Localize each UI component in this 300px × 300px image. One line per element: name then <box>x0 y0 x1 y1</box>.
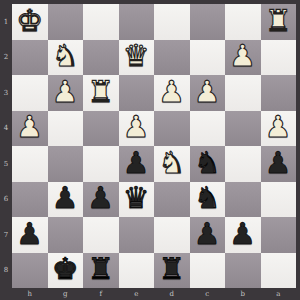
square-b3[interactable] <box>225 75 261 111</box>
square-c8[interactable] <box>190 253 226 289</box>
square-d7[interactable] <box>154 217 190 253</box>
black-pawn-f6[interactable]: ♟ <box>87 183 114 213</box>
square-c2[interactable] <box>190 40 226 76</box>
square-e4[interactable]: ♟ <box>119 111 155 147</box>
black-queen-e6[interactable]: ♛ <box>123 183 150 213</box>
square-d5[interactable]: ♞ <box>154 146 190 182</box>
square-b4[interactable] <box>225 111 261 147</box>
square-b2[interactable]: ♟ <box>225 40 261 76</box>
black-pawn-h7[interactable]: ♟ <box>16 219 43 249</box>
square-e2[interactable]: ♛ <box>119 40 155 76</box>
square-a7[interactable] <box>261 217 297 253</box>
square-b5[interactable] <box>225 146 261 182</box>
square-d4[interactable] <box>154 111 190 147</box>
square-f7[interactable] <box>83 217 119 253</box>
square-f4[interactable] <box>83 111 119 147</box>
square-a3[interactable] <box>261 75 297 111</box>
square-h1[interactable]: ♚ <box>12 4 48 40</box>
black-pawn-c7[interactable]: ♟ <box>194 219 221 249</box>
white-knight-d5[interactable]: ♞ <box>158 148 185 178</box>
square-h7[interactable]: ♟ <box>12 217 48 253</box>
square-a8[interactable] <box>261 253 297 289</box>
rank-label-2: 2 <box>0 40 12 76</box>
white-pawn-h4[interactable]: ♟ <box>16 112 43 142</box>
chess-board[interactable]: ♚♜♞♛♟♟♜♟♟♟♟♟♟♞♞♟♟♟♛♞♟♟♟♚♜♜ <box>12 4 296 288</box>
square-h6[interactable] <box>12 182 48 218</box>
square-g3[interactable]: ♟ <box>48 75 84 111</box>
black-king-g8[interactable]: ♚ <box>52 254 79 284</box>
square-c7[interactable]: ♟ <box>190 217 226 253</box>
square-e5[interactable]: ♟ <box>119 146 155 182</box>
square-g6[interactable]: ♟ <box>48 182 84 218</box>
square-g1[interactable] <box>48 4 84 40</box>
black-pawn-b7[interactable]: ♟ <box>229 219 256 249</box>
square-h4[interactable]: ♟ <box>12 111 48 147</box>
white-pawn-g3[interactable]: ♟ <box>52 77 79 107</box>
square-c3[interactable]: ♟ <box>190 75 226 111</box>
black-knight-c6[interactable]: ♞ <box>194 183 221 213</box>
file-label-a: a <box>261 288 297 300</box>
square-a2[interactable] <box>261 40 297 76</box>
square-d6[interactable] <box>154 182 190 218</box>
square-c5[interactable]: ♞ <box>190 146 226 182</box>
square-b7[interactable]: ♟ <box>225 217 261 253</box>
white-pawn-a4[interactable]: ♟ <box>265 112 292 142</box>
square-f6[interactable]: ♟ <box>83 182 119 218</box>
square-h5[interactable] <box>12 146 48 182</box>
file-label-b: b <box>225 288 261 300</box>
file-label-g: g <box>48 288 84 300</box>
square-d3[interactable]: ♟ <box>154 75 190 111</box>
square-g4[interactable] <box>48 111 84 147</box>
file-label-d: d <box>154 288 190 300</box>
white-pawn-c3[interactable]: ♟ <box>194 77 221 107</box>
square-c1[interactable] <box>190 4 226 40</box>
square-e3[interactable] <box>119 75 155 111</box>
chessboard-widget: ♚♜♞♛♟♟♜♟♟♟♟♟♟♞♞♟♟♟♛♞♟♟♟♚♜♜ 12345678 hgfe… <box>0 0 300 300</box>
square-h8[interactable] <box>12 253 48 289</box>
square-e1[interactable] <box>119 4 155 40</box>
black-rook-d8[interactable]: ♜ <box>158 254 185 284</box>
black-knight-c5[interactable]: ♞ <box>194 148 221 178</box>
white-knight-g2[interactable]: ♞ <box>52 41 79 71</box>
file-label-e: e <box>119 288 155 300</box>
rank-label-5: 5 <box>0 146 12 182</box>
square-f5[interactable] <box>83 146 119 182</box>
square-a5[interactable]: ♟ <box>261 146 297 182</box>
square-f1[interactable] <box>83 4 119 40</box>
square-f2[interactable] <box>83 40 119 76</box>
square-f8[interactable]: ♜ <box>83 253 119 289</box>
black-pawn-g6[interactable]: ♟ <box>52 183 79 213</box>
square-e6[interactable]: ♛ <box>119 182 155 218</box>
square-d2[interactable] <box>154 40 190 76</box>
square-e8[interactable] <box>119 253 155 289</box>
square-c4[interactable] <box>190 111 226 147</box>
rank-label-6: 6 <box>0 182 12 218</box>
rank-label-3: 3 <box>0 75 12 111</box>
rank-label-4: 4 <box>0 111 12 147</box>
rank-label-1: 1 <box>0 4 12 40</box>
square-g5[interactable] <box>48 146 84 182</box>
square-b8[interactable] <box>225 253 261 289</box>
square-h2[interactable] <box>12 40 48 76</box>
file-label-f: f <box>83 288 119 300</box>
square-g8[interactable]: ♚ <box>48 253 84 289</box>
square-f3[interactable]: ♜ <box>83 75 119 111</box>
white-pawn-d3[interactable]: ♟ <box>158 77 185 107</box>
square-d8[interactable]: ♜ <box>154 253 190 289</box>
black-pawn-a5[interactable]: ♟ <box>265 148 292 178</box>
white-king-h1[interactable]: ♚ <box>16 6 43 36</box>
white-queen-e2[interactable]: ♛ <box>123 41 150 71</box>
rank-label-8: 8 <box>0 253 12 289</box>
white-rook-a1[interactable]: ♜ <box>265 6 292 36</box>
square-b1[interactable] <box>225 4 261 40</box>
black-rook-f8[interactable]: ♜ <box>87 254 114 284</box>
white-pawn-e4[interactable]: ♟ <box>123 112 150 142</box>
file-label-h: h <box>12 288 48 300</box>
square-b6[interactable] <box>225 182 261 218</box>
square-g7[interactable] <box>48 217 84 253</box>
square-e7[interactable] <box>119 217 155 253</box>
square-a6[interactable] <box>261 182 297 218</box>
file-label-c: c <box>190 288 226 300</box>
black-pawn-e5[interactable]: ♟ <box>123 148 150 178</box>
rank-label-7: 7 <box>0 217 12 253</box>
square-c6[interactable]: ♞ <box>190 182 226 218</box>
square-g2[interactable]: ♞ <box>48 40 84 76</box>
square-a1[interactable]: ♜ <box>261 4 297 40</box>
square-h3[interactable] <box>12 75 48 111</box>
white-pawn-b2[interactable]: ♟ <box>229 41 256 71</box>
white-rook-f3[interactable]: ♜ <box>87 77 114 107</box>
square-a4[interactable]: ♟ <box>261 111 297 147</box>
square-d1[interactable] <box>154 4 190 40</box>
